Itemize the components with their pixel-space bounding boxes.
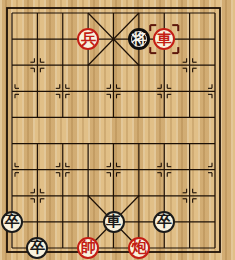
piece-black-general[interactable]: 将 xyxy=(128,28,150,50)
piece-red-cannon[interactable]: 炮 xyxy=(128,237,150,259)
piece-black-soldier[interactable]: 卒 xyxy=(153,211,175,233)
piece-red-general[interactable]: 帥 xyxy=(77,237,99,259)
piece-red-soldier[interactable]: 兵 xyxy=(77,28,99,50)
piece-black-soldier[interactable]: 卒 xyxy=(1,211,23,233)
xiangqi-board[interactable]: 兵将車卒車卒卒帥炮 xyxy=(0,0,235,260)
piece-black-chariot[interactable]: 車 xyxy=(103,211,125,233)
